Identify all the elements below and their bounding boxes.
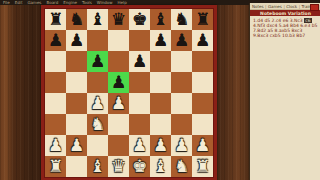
piece-black-pawn: ♟ — [90, 51, 105, 72]
piece-black-bishop: ♝ — [153, 9, 168, 30]
piece-black-rook: ♜ — [195, 9, 210, 30]
piece-black-pawn: ♟ — [69, 30, 84, 51]
square-h6[interactable] — [192, 51, 213, 72]
moves-after: 4.Nf3 dxc4 5.a4 Bb4 6.e3 b5 7.Bd2 a5 8.a… — [253, 23, 317, 38]
square-a3[interactable] — [45, 114, 66, 135]
app-window: FileEditGamesBoardEngineToolsWindowHelp … — [0, 0, 320, 180]
piece-white-pawn: ♟ — [69, 135, 84, 156]
panel-tab-bar: NotesGamesClockTrainingEngines — [250, 3, 320, 10]
piece-black-pawn: ♟ — [174, 30, 189, 51]
square-d3[interactable] — [108, 114, 129, 135]
square-f6[interactable] — [150, 51, 171, 72]
piece-black-queen: ♛ — [111, 9, 126, 30]
square-c1[interactable]: ♝ — [87, 156, 108, 177]
square-a4[interactable] — [45, 93, 66, 114]
tab-notes[interactable]: Notes — [252, 4, 264, 9]
square-c3[interactable]: ♞ — [87, 114, 108, 135]
square-f1[interactable]: ♝ — [150, 156, 171, 177]
square-b7[interactable]: ♟ — [66, 30, 87, 51]
square-d7[interactable] — [108, 30, 129, 51]
square-h5[interactable] — [192, 72, 213, 93]
piece-black-pawn: ♟ — [132, 51, 147, 72]
chess-board[interactable]: ♜♞♝♛♚♝♞♜♟♟♟♟♟♟♟♟♟♟♞♟♟♟♟♟♟♜♝♛♚♝♞♜ — [45, 9, 213, 177]
square-a8[interactable]: ♜ — [45, 9, 66, 30]
square-g3[interactable] — [171, 114, 192, 135]
piece-black-knight: ♞ — [69, 9, 84, 30]
square-b8[interactable]: ♞ — [66, 9, 87, 30]
square-d8[interactable]: ♛ — [108, 9, 129, 30]
piece-white-pawn: ♟ — [48, 135, 63, 156]
piece-white-pawn: ♟ — [174, 135, 189, 156]
close-icon[interactable] — [310, 4, 319, 11]
piece-white-knight: ♞ — [90, 114, 105, 135]
piece-black-knight: ♞ — [174, 9, 189, 30]
piece-white-rook: ♜ — [48, 156, 63, 177]
piece-white-king: ♚ — [132, 156, 147, 177]
square-d6[interactable] — [108, 51, 129, 72]
square-d2[interactable] — [108, 135, 129, 156]
square-c8[interactable]: ♝ — [87, 9, 108, 30]
square-e6[interactable]: ♟ — [129, 51, 150, 72]
square-g4[interactable] — [171, 93, 192, 114]
piece-black-bishop: ♝ — [90, 9, 105, 30]
panel-title-bar: Noteboom Variation — [250, 10, 320, 16]
square-a2[interactable]: ♟ — [45, 135, 66, 156]
square-d5[interactable]: ♟ — [108, 72, 129, 93]
square-h4[interactable] — [192, 93, 213, 114]
menu-item-file[interactable]: File — [3, 0, 10, 5]
piece-black-pawn: ♟ — [48, 30, 63, 51]
square-g7[interactable]: ♟ — [171, 30, 192, 51]
square-e2[interactable]: ♟ — [129, 135, 150, 156]
square-g2[interactable]: ♟ — [171, 135, 192, 156]
square-h7[interactable]: ♟ — [192, 30, 213, 51]
menu-item-edit[interactable]: Edit — [15, 0, 23, 5]
piece-black-king: ♚ — [132, 9, 147, 30]
square-a6[interactable] — [45, 51, 66, 72]
piece-white-pawn: ♟ — [111, 93, 126, 114]
square-f8[interactable]: ♝ — [150, 9, 171, 30]
square-g5[interactable] — [171, 72, 192, 93]
panel-title: Noteboom Variation — [260, 11, 311, 16]
square-h8[interactable]: ♜ — [192, 9, 213, 30]
square-g6[interactable] — [171, 51, 192, 72]
square-f7[interactable]: ♟ — [150, 30, 171, 51]
square-b4[interactable] — [66, 93, 87, 114]
tab-clock[interactable]: Clock — [282, 4, 297, 9]
piece-white-pawn: ♟ — [195, 135, 210, 156]
square-h2[interactable]: ♟ — [192, 135, 213, 156]
square-e4[interactable] — [129, 93, 150, 114]
square-f3[interactable] — [150, 114, 171, 135]
square-b6[interactable] — [66, 51, 87, 72]
square-e5[interactable] — [129, 72, 150, 93]
piece-white-knight: ♞ — [174, 156, 189, 177]
square-f4[interactable] — [150, 93, 171, 114]
square-h3[interactable] — [192, 114, 213, 135]
square-h1[interactable]: ♜ — [192, 156, 213, 177]
piece-white-pawn: ♟ — [90, 93, 105, 114]
side-panel: NotesGamesClockTrainingEngines Noteboom … — [249, 3, 320, 180]
chess-board-frame: ♜♞♝♛♚♝♞♜♟♟♟♟♟♟♟♟♟♟♞♟♟♟♟♟♟♜♝♛♚♝♞♜ — [41, 5, 217, 180]
square-e1[interactable]: ♚ — [129, 156, 150, 177]
piece-white-queen: ♛ — [111, 156, 126, 177]
square-f5[interactable] — [150, 72, 171, 93]
square-d1[interactable]: ♛ — [108, 156, 129, 177]
square-a7[interactable]: ♟ — [45, 30, 66, 51]
piece-black-pawn: ♟ — [111, 72, 126, 93]
piece-white-bishop: ♝ — [153, 156, 168, 177]
piece-black-pawn: ♟ — [195, 30, 210, 51]
piece-white-pawn: ♟ — [132, 135, 147, 156]
square-c7[interactable] — [87, 30, 108, 51]
square-c6[interactable]: ♟ — [87, 51, 108, 72]
piece-white-pawn: ♟ — [153, 135, 168, 156]
square-c2[interactable] — [87, 135, 108, 156]
square-d4[interactable]: ♟ — [108, 93, 129, 114]
square-b3[interactable] — [66, 114, 87, 135]
square-e3[interactable] — [129, 114, 150, 135]
piece-black-pawn: ♟ — [153, 30, 168, 51]
move-list[interactable]: 1.d4 d5 2.c4 e6 3.Nc3 c6 4.Nf3 dxc4 5.a4… — [250, 16, 320, 40]
square-b2[interactable]: ♟ — [66, 135, 87, 156]
piece-white-bishop: ♝ — [90, 156, 105, 177]
square-c4[interactable]: ♟ — [87, 93, 108, 114]
square-a5[interactable] — [45, 72, 66, 93]
square-g8[interactable]: ♞ — [171, 9, 192, 30]
square-c5[interactable] — [87, 72, 108, 93]
piece-white-rook: ♜ — [195, 156, 210, 177]
menu-item-games[interactable]: Games — [27, 0, 41, 5]
square-f2[interactable]: ♟ — [150, 135, 171, 156]
square-a1[interactable]: ♜ — [45, 156, 66, 177]
square-b5[interactable] — [66, 72, 87, 93]
tab-games[interactable]: Games — [264, 4, 282, 9]
square-b1[interactable] — [66, 156, 87, 177]
piece-black-rook: ♜ — [48, 9, 63, 30]
square-e8[interactable]: ♚ — [129, 9, 150, 30]
square-e7[interactable] — [129, 30, 150, 51]
square-g1[interactable]: ♞ — [171, 156, 192, 177]
